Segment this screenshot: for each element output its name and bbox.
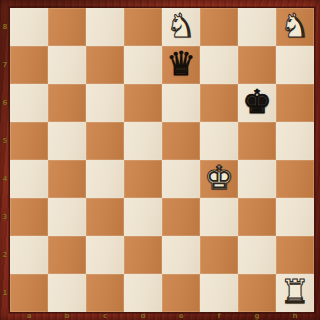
square-f6[interactable] (200, 84, 238, 122)
file-label-g: g (238, 311, 276, 320)
square-b1[interactable] (48, 274, 86, 312)
square-a6[interactable] (10, 84, 48, 122)
square-f5[interactable] (200, 122, 238, 160)
file-label-b: b (48, 311, 86, 320)
square-a5[interactable] (10, 122, 48, 160)
square-g8[interactable] (238, 8, 276, 46)
file-label-d: d (124, 311, 162, 320)
square-c3[interactable] (86, 198, 124, 236)
square-h1[interactable]: ♜ (276, 274, 314, 312)
chess-board: ♞♞♛♚♚♜ (10, 8, 314, 312)
square-a4[interactable] (10, 160, 48, 198)
square-f4[interactable]: ♚ (200, 160, 238, 198)
square-b4[interactable] (48, 160, 86, 198)
square-c6[interactable] (86, 84, 124, 122)
square-c1[interactable] (86, 274, 124, 312)
square-c5[interactable] (86, 122, 124, 160)
square-d4[interactable] (124, 160, 162, 198)
square-h6[interactable] (276, 84, 314, 122)
square-c4[interactable] (86, 160, 124, 198)
square-d7[interactable] (124, 46, 162, 84)
square-h8[interactable]: ♞ (276, 8, 314, 46)
file-label-h: h (276, 311, 314, 320)
square-h7[interactable] (276, 46, 314, 84)
square-d2[interactable] (124, 236, 162, 274)
square-g1[interactable] (238, 274, 276, 312)
square-e8[interactable]: ♞ (162, 8, 200, 46)
file-label-f: f (200, 311, 238, 320)
square-g2[interactable] (238, 236, 276, 274)
square-b2[interactable] (48, 236, 86, 274)
square-g3[interactable] (238, 198, 276, 236)
square-b7[interactable] (48, 46, 86, 84)
square-g4[interactable] (238, 160, 276, 198)
square-g6[interactable]: ♚ (238, 84, 276, 122)
file-label-e: e (162, 311, 200, 320)
square-a3[interactable] (10, 198, 48, 236)
square-f8[interactable] (200, 8, 238, 46)
square-f3[interactable] (200, 198, 238, 236)
rank-label-7: 7 (0, 46, 10, 84)
square-f7[interactable] (200, 46, 238, 84)
rank-label-2: 2 (0, 236, 10, 274)
square-d1[interactable] (124, 274, 162, 312)
chessboard-frame: 87654321 abcdefgh ♞♞♛♚♚♜ (0, 0, 320, 320)
square-a7[interactable] (10, 46, 48, 84)
rank-label-1: 1 (0, 274, 10, 312)
rank-label-4: 4 (0, 160, 10, 198)
square-b6[interactable] (48, 84, 86, 122)
square-e1[interactable] (162, 274, 200, 312)
square-f1[interactable] (200, 274, 238, 312)
square-h4[interactable] (276, 160, 314, 198)
square-h3[interactable] (276, 198, 314, 236)
square-a8[interactable] (10, 8, 48, 46)
square-g7[interactable] (238, 46, 276, 84)
square-g5[interactable] (238, 122, 276, 160)
file-label-a: a (10, 311, 48, 320)
rank-label-8: 8 (0, 8, 10, 46)
square-e7[interactable]: ♛ (162, 46, 200, 84)
rank-label-6: 6 (0, 84, 10, 122)
square-b3[interactable] (48, 198, 86, 236)
square-d3[interactable] (124, 198, 162, 236)
rank-label-5: 5 (0, 122, 10, 160)
square-b5[interactable] (48, 122, 86, 160)
piece-white-knight[interactable]: ♞ (280, 7, 310, 45)
square-h2[interactable] (276, 236, 314, 274)
piece-white-king[interactable]: ♚ (204, 159, 234, 197)
square-e5[interactable] (162, 122, 200, 160)
square-e3[interactable] (162, 198, 200, 236)
piece-black-queen[interactable]: ♛ (166, 45, 196, 83)
square-f2[interactable] (200, 236, 238, 274)
square-d5[interactable] (124, 122, 162, 160)
square-e2[interactable] (162, 236, 200, 274)
piece-white-knight[interactable]: ♞ (166, 7, 196, 45)
square-a1[interactable] (10, 274, 48, 312)
piece-black-king[interactable]: ♚ (242, 83, 272, 121)
square-e4[interactable] (162, 160, 200, 198)
piece-white-rook[interactable]: ♜ (280, 273, 310, 311)
square-a2[interactable] (10, 236, 48, 274)
square-h5[interactable] (276, 122, 314, 160)
square-c2[interactable] (86, 236, 124, 274)
square-c8[interactable] (86, 8, 124, 46)
square-c7[interactable] (86, 46, 124, 84)
square-b8[interactable] (48, 8, 86, 46)
file-label-c: c (86, 311, 124, 320)
square-e6[interactable] (162, 84, 200, 122)
rank-label-3: 3 (0, 198, 10, 236)
square-d8[interactable] (124, 8, 162, 46)
square-d6[interactable] (124, 84, 162, 122)
